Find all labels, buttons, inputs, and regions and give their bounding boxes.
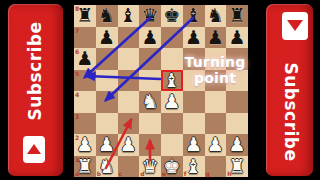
piece-black-pawn-f7: ♟ <box>183 27 205 49</box>
subscribe-label: Subscribe <box>25 1 47 141</box>
file-label-g: g <box>206 170 210 177</box>
square-c6 <box>118 48 140 70</box>
square-a1: 1a♜ <box>74 156 96 178</box>
piece-black-king-e8: ♚ <box>161 5 183 27</box>
caption-line-2: point <box>183 70 247 86</box>
square-c4 <box>118 91 140 113</box>
square-d2 <box>139 134 161 156</box>
piece-white-knight-b1: ♞ <box>96 156 118 178</box>
piece-white-pawn-e4: ♟ <box>161 91 183 113</box>
square-g4 <box>205 91 227 113</box>
square-e3 <box>161 113 183 135</box>
square-f1: f♝ <box>183 156 205 178</box>
caption-line-1: Turning <box>183 54 247 70</box>
piece-white-pawn-f2: ♟ <box>183 134 205 156</box>
square-c3 <box>118 113 140 135</box>
square-b3 <box>96 113 118 135</box>
piece-white-pawn-a2: ♟ <box>74 134 96 156</box>
square-h3 <box>226 113 248 135</box>
square-d8: ♛ <box>139 5 161 27</box>
square-a4: 4 <box>74 91 96 113</box>
square-f2: ♟ <box>183 134 205 156</box>
square-c1: c <box>118 156 140 178</box>
square-g1: g <box>205 156 227 178</box>
square-g3 <box>205 113 227 135</box>
square-e5: ♝ <box>161 70 183 92</box>
piece-black-rook-a8: ♜ <box>74 5 96 27</box>
subscribe-button[interactable] <box>23 136 45 163</box>
piece-black-pawn-b7: ♟ <box>96 27 118 49</box>
square-a3: 3 <box>74 113 96 135</box>
square-f3 <box>183 113 205 135</box>
piece-black-knight-b8: ♞ <box>96 5 118 27</box>
square-e4: ♟ <box>161 91 183 113</box>
square-b5 <box>96 70 118 92</box>
subscribe-banner-left[interactable]: Subscribe <box>8 4 63 176</box>
piece-black-bishop-c8: ♝ <box>118 5 140 27</box>
piece-black-pawn-d7: ♟ <box>139 27 161 49</box>
square-b7: ♟ <box>96 27 118 49</box>
square-h8: ♜ <box>226 5 248 27</box>
piece-black-rook-h8: ♜ <box>226 5 248 27</box>
square-a2: 2♟ <box>74 134 96 156</box>
square-e7 <box>161 27 183 49</box>
chess-board: 8♜♞♝♛♚♝♞♜7♟♟♟♟♟6♟5♝4♞♟32♟♟♟♟♟♟1a♜b♞cd♛e♚… <box>74 5 248 177</box>
square-c5 <box>118 70 140 92</box>
subscribe-label: Subscribe <box>279 42 301 180</box>
piece-white-queen-d1: ♛ <box>139 156 161 178</box>
square-e2 <box>161 134 183 156</box>
square-b4 <box>96 91 118 113</box>
square-d6 <box>139 48 161 70</box>
down-triangle-icon <box>287 20 303 31</box>
square-d1: d♛ <box>139 156 161 178</box>
square-d3 <box>139 113 161 135</box>
square-d5 <box>139 70 161 92</box>
square-g2: ♟ <box>205 134 227 156</box>
rank-label-7: 7 <box>75 27 79 34</box>
square-a8: 8♜ <box>74 5 96 27</box>
square-f7: ♟ <box>183 27 205 49</box>
piece-white-pawn-c2: ♟ <box>118 134 140 156</box>
piece-white-king-e1: ♚ <box>161 156 183 178</box>
square-f8: ♝ <box>183 5 205 27</box>
piece-black-pawn-h7: ♟ <box>226 27 248 49</box>
file-label-c: c <box>119 170 123 177</box>
piece-black-bishop-f8: ♝ <box>183 5 205 27</box>
square-g7: ♟ <box>205 27 227 49</box>
square-h4 <box>226 91 248 113</box>
square-b8: ♞ <box>96 5 118 27</box>
square-e8: ♚ <box>161 5 183 27</box>
piece-white-rook-h1: ♜ <box>226 156 248 178</box>
rank-label-3: 3 <box>75 113 79 120</box>
square-b2: ♟ <box>96 134 118 156</box>
subscribe-button[interactable] <box>282 12 308 40</box>
square-c8: ♝ <box>118 5 140 27</box>
turning-point-caption: Turning point <box>183 54 247 86</box>
piece-white-bishop-e5: ♝ <box>161 70 183 92</box>
square-a5: 5 <box>74 70 96 92</box>
square-h2: ♟ <box>226 134 248 156</box>
piece-white-rook-a1: ♜ <box>74 156 96 178</box>
piece-white-pawn-g2: ♟ <box>205 134 227 156</box>
piece-white-pawn-h2: ♟ <box>226 134 248 156</box>
square-c2: ♟ <box>118 134 140 156</box>
square-e6 <box>161 48 183 70</box>
piece-white-pawn-b2: ♟ <box>96 134 118 156</box>
square-d4: ♞ <box>139 91 161 113</box>
square-d7: ♟ <box>139 27 161 49</box>
up-triangle-icon <box>27 144 41 154</box>
piece-black-knight-g8: ♞ <box>205 5 227 27</box>
piece-white-bishop-f1: ♝ <box>183 156 205 178</box>
piece-white-knight-d4: ♞ <box>139 91 161 113</box>
video-frame: Subscribe Subscribe 8♜♞♝♛♚♝♞♜7♟♟♟♟♟6♟5♝4… <box>0 0 320 180</box>
subscribe-banner-right[interactable]: Subscribe <box>266 4 313 176</box>
square-c7 <box>118 27 140 49</box>
square-e1: e♚ <box>161 156 183 178</box>
piece-black-queen-d8: ♛ <box>139 5 161 27</box>
square-h1: h♜ <box>226 156 248 178</box>
piece-black-pawn-a6: ♟ <box>74 48 96 70</box>
square-a6: 6♟ <box>74 48 96 70</box>
rank-label-5: 5 <box>75 70 79 77</box>
square-b1: b♞ <box>96 156 118 178</box>
square-g8: ♞ <box>205 5 227 27</box>
piece-black-pawn-g7: ♟ <box>205 27 227 49</box>
square-b6 <box>96 48 118 70</box>
square-a7: 7 <box>74 27 96 49</box>
square-f4 <box>183 91 205 113</box>
square-h7: ♟ <box>226 27 248 49</box>
rank-label-4: 4 <box>75 91 79 98</box>
